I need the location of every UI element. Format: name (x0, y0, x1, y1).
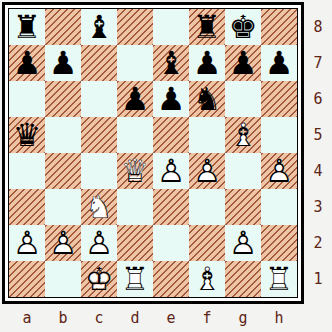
square-f1[interactable]: ♝♗ (189, 261, 225, 297)
white-pawn: ♙ (261, 153, 297, 189)
rank-label-2: 2 (304, 225, 332, 261)
file-labels: abcdefgh (2, 304, 304, 332)
square-g5[interactable]: ♝♗ (225, 117, 261, 153)
white-king: ♔ (81, 261, 117, 297)
square-b8[interactable] (45, 9, 81, 45)
square-e7[interactable]: ♝ (153, 45, 189, 81)
square-h3[interactable] (261, 189, 297, 225)
white-knight-fill: ♞ (81, 189, 117, 225)
black-pawn: ♟ (9, 45, 45, 81)
white-pawn-fill: ♟ (189, 153, 225, 189)
black-pawn: ♟ (225, 45, 261, 81)
black-pawn: ♟ (189, 45, 225, 81)
rank-label-4: 4 (304, 153, 332, 189)
square-e1[interactable] (153, 261, 189, 297)
file-label-d: d (117, 306, 153, 330)
square-d1[interactable]: ♜♖ (117, 261, 153, 297)
square-b3[interactable] (45, 189, 81, 225)
square-h6[interactable] (261, 81, 297, 117)
square-c5[interactable] (81, 117, 117, 153)
file-label-h: h (261, 306, 297, 330)
square-h5[interactable] (261, 117, 297, 153)
square-g2[interactable]: ♟♙ (225, 225, 261, 261)
square-a5[interactable]: ♛ (9, 117, 45, 153)
white-pawn: ♙ (153, 153, 189, 189)
square-a3[interactable] (9, 189, 45, 225)
square-a4[interactable] (9, 153, 45, 189)
square-d8[interactable] (117, 9, 153, 45)
black-rook: ♜ (189, 9, 225, 45)
square-f6[interactable]: ♞ (189, 81, 225, 117)
square-c4[interactable] (81, 153, 117, 189)
chess-diagram: ♜♝♜♚♟♟♝♟♟♟♟♟♞♛♝♗♛♕♟♙♟♙♟♙♞♘♟♙♟♙♟♙♟♙♚♔♜♖♝♗… (0, 0, 332, 332)
white-pawn-fill: ♟ (153, 153, 189, 189)
square-c1[interactable]: ♚♔ (81, 261, 117, 297)
square-f4[interactable]: ♟♙ (189, 153, 225, 189)
rank-labels: 87654321 (304, 2, 332, 304)
square-h7[interactable]: ♟ (261, 45, 297, 81)
black-bishop: ♝ (153, 45, 189, 81)
square-e3[interactable] (153, 189, 189, 225)
square-d6[interactable]: ♟ (117, 81, 153, 117)
white-pawn: ♙ (189, 153, 225, 189)
square-f3[interactable] (189, 189, 225, 225)
file-label-c: c (81, 306, 117, 330)
square-h4[interactable]: ♟♙ (261, 153, 297, 189)
square-h2[interactable] (261, 225, 297, 261)
square-a7[interactable]: ♟ (9, 45, 45, 81)
white-pawn-fill: ♟ (9, 225, 45, 261)
square-g6[interactable] (225, 81, 261, 117)
square-d4[interactable]: ♛♕ (117, 153, 153, 189)
file-label-b: b (45, 306, 81, 330)
white-pawn: ♙ (9, 225, 45, 261)
square-g3[interactable] (225, 189, 261, 225)
square-e5[interactable] (153, 117, 189, 153)
white-pawn-fill: ♟ (45, 225, 81, 261)
rank-label-3: 3 (304, 189, 332, 225)
white-pawn: ♙ (81, 225, 117, 261)
square-c8[interactable]: ♝ (81, 9, 117, 45)
white-pawn: ♙ (225, 225, 261, 261)
square-d2[interactable] (117, 225, 153, 261)
square-f7[interactable]: ♟ (189, 45, 225, 81)
rank-label-1: 1 (304, 261, 332, 297)
white-bishop: ♗ (225, 117, 261, 153)
black-king: ♚ (225, 9, 261, 45)
black-pawn: ♟ (45, 45, 81, 81)
square-b2[interactable]: ♟♙ (45, 225, 81, 261)
black-queen: ♛ (9, 117, 45, 153)
file-label-g: g (225, 306, 261, 330)
white-rook: ♖ (117, 261, 153, 297)
square-a8[interactable]: ♜ (9, 9, 45, 45)
square-d5[interactable] (117, 117, 153, 153)
square-g4[interactable] (225, 153, 261, 189)
rank-label-8: 8 (304, 9, 332, 45)
rank-label-6: 6 (304, 81, 332, 117)
white-pawn-fill: ♟ (81, 225, 117, 261)
white-pawn-fill: ♟ (225, 225, 261, 261)
square-e4[interactable]: ♟♙ (153, 153, 189, 189)
rank-label-7: 7 (304, 45, 332, 81)
white-rook-fill: ♜ (261, 261, 297, 297)
square-c6[interactable] (81, 81, 117, 117)
square-a6[interactable] (9, 81, 45, 117)
white-pawn: ♙ (45, 225, 81, 261)
square-b1[interactable] (45, 261, 81, 297)
white-knight: ♘ (81, 189, 117, 225)
white-queen: ♕ (117, 153, 153, 189)
white-rook: ♖ (261, 261, 297, 297)
square-h1[interactable]: ♜♖ (261, 261, 297, 297)
square-b6[interactable] (45, 81, 81, 117)
board-frame: ♜♝♜♚♟♟♝♟♟♟♟♟♞♛♝♗♛♕♟♙♟♙♟♙♞♘♟♙♟♙♟♙♟♙♚♔♜♖♝♗… (2, 2, 304, 304)
white-bishop-fill: ♝ (189, 261, 225, 297)
square-d3[interactable] (117, 189, 153, 225)
file-label-e: e (153, 306, 189, 330)
square-f8[interactable]: ♜ (189, 9, 225, 45)
square-a1[interactable] (9, 261, 45, 297)
square-g7[interactable]: ♟ (225, 45, 261, 81)
square-f2[interactable] (189, 225, 225, 261)
square-g8[interactable]: ♚ (225, 9, 261, 45)
file-label-f: f (189, 306, 225, 330)
white-rook-fill: ♜ (117, 261, 153, 297)
square-g1[interactable] (225, 261, 261, 297)
rank-label-5: 5 (304, 117, 332, 153)
white-bishop: ♗ (189, 261, 225, 297)
chess-board: ♜♝♜♚♟♟♝♟♟♟♟♟♞♛♝♗♛♕♟♙♟♙♟♙♞♘♟♙♟♙♟♙♟♙♚♔♜♖♝♗… (8, 8, 298, 298)
square-f5[interactable] (189, 117, 225, 153)
square-e8[interactable] (153, 9, 189, 45)
black-knight: ♞ (189, 81, 225, 117)
black-bishop: ♝ (81, 9, 117, 45)
square-c3[interactable]: ♞♘ (81, 189, 117, 225)
black-pawn: ♟ (117, 81, 153, 117)
file-label-a: a (9, 306, 45, 330)
square-h8[interactable] (261, 9, 297, 45)
square-a2[interactable]: ♟♙ (9, 225, 45, 261)
square-e6[interactable]: ♟ (153, 81, 189, 117)
square-c2[interactable]: ♟♙ (81, 225, 117, 261)
square-b7[interactable]: ♟ (45, 45, 81, 81)
black-pawn: ♟ (261, 45, 297, 81)
white-king-fill: ♚ (81, 261, 117, 297)
square-b5[interactable] (45, 117, 81, 153)
black-rook: ♜ (9, 9, 45, 45)
square-c7[interactable] (81, 45, 117, 81)
square-d7[interactable] (117, 45, 153, 81)
square-e2[interactable] (153, 225, 189, 261)
black-pawn: ♟ (153, 81, 189, 117)
white-queen-fill: ♛ (117, 153, 153, 189)
white-bishop-fill: ♝ (225, 117, 261, 153)
square-b4[interactable] (45, 153, 81, 189)
white-pawn-fill: ♟ (261, 153, 297, 189)
